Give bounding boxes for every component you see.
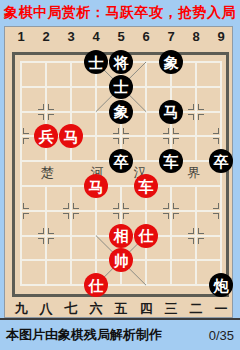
point-marker	[188, 228, 204, 244]
black-piece-炮: 炮	[209, 273, 233, 297]
black-piece-士: 士	[84, 50, 108, 74]
point-marker	[38, 104, 54, 120]
black-piece-卒: 卒	[109, 149, 133, 173]
point-marker	[188, 104, 204, 120]
file-label: 8	[184, 29, 208, 44]
point-marker	[63, 203, 79, 219]
red-piece-相: 相	[109, 224, 133, 248]
file-label: 1	[9, 29, 33, 44]
file-label: 9	[209, 29, 233, 44]
point-marker	[38, 228, 54, 244]
red-piece-车: 车	[134, 174, 158, 198]
file-label: 3	[59, 29, 83, 44]
file-label: 4	[84, 29, 108, 44]
file-label: 九	[9, 300, 33, 318]
file-label: 一	[209, 300, 233, 318]
river-label: 界	[188, 164, 201, 182]
file-label: 五	[109, 300, 133, 318]
file-label: 七	[59, 300, 83, 318]
point-marker	[213, 128, 229, 144]
black-piece-将: 将	[109, 50, 133, 74]
red-piece-兵: 兵	[34, 124, 58, 148]
file-label: 六	[84, 300, 108, 318]
red-piece-马: 马	[84, 174, 108, 198]
point-marker	[163, 203, 179, 219]
black-piece-士: 士	[109, 75, 133, 99]
point-marker	[13, 128, 29, 144]
red-piece-马: 马	[59, 124, 83, 148]
black-piece-卒: 卒	[209, 149, 233, 173]
file-label: 八	[34, 300, 58, 318]
file-label: 三	[159, 300, 183, 318]
black-piece-象: 象	[159, 50, 183, 74]
point-marker	[163, 128, 179, 144]
river-label: 楚	[41, 164, 54, 182]
point-marker	[113, 203, 129, 219]
file-label: 二	[184, 300, 208, 318]
black-piece-车: 车	[159, 149, 183, 173]
black-piece-马: 马	[159, 100, 183, 124]
file-label: 2	[34, 29, 58, 44]
file-label: 6	[134, 29, 158, 44]
point-marker	[13, 203, 29, 219]
red-piece-仕: 仕	[134, 224, 158, 248]
file-label: 7	[159, 29, 183, 44]
black-piece-象: 象	[109, 100, 133, 124]
point-marker	[113, 128, 129, 144]
file-label: 四	[134, 300, 158, 318]
file-label: 5	[109, 29, 133, 44]
point-marker	[213, 203, 229, 219]
red-piece-仕: 仕	[84, 273, 108, 297]
red-piece-帅: 帅	[109, 248, 133, 272]
